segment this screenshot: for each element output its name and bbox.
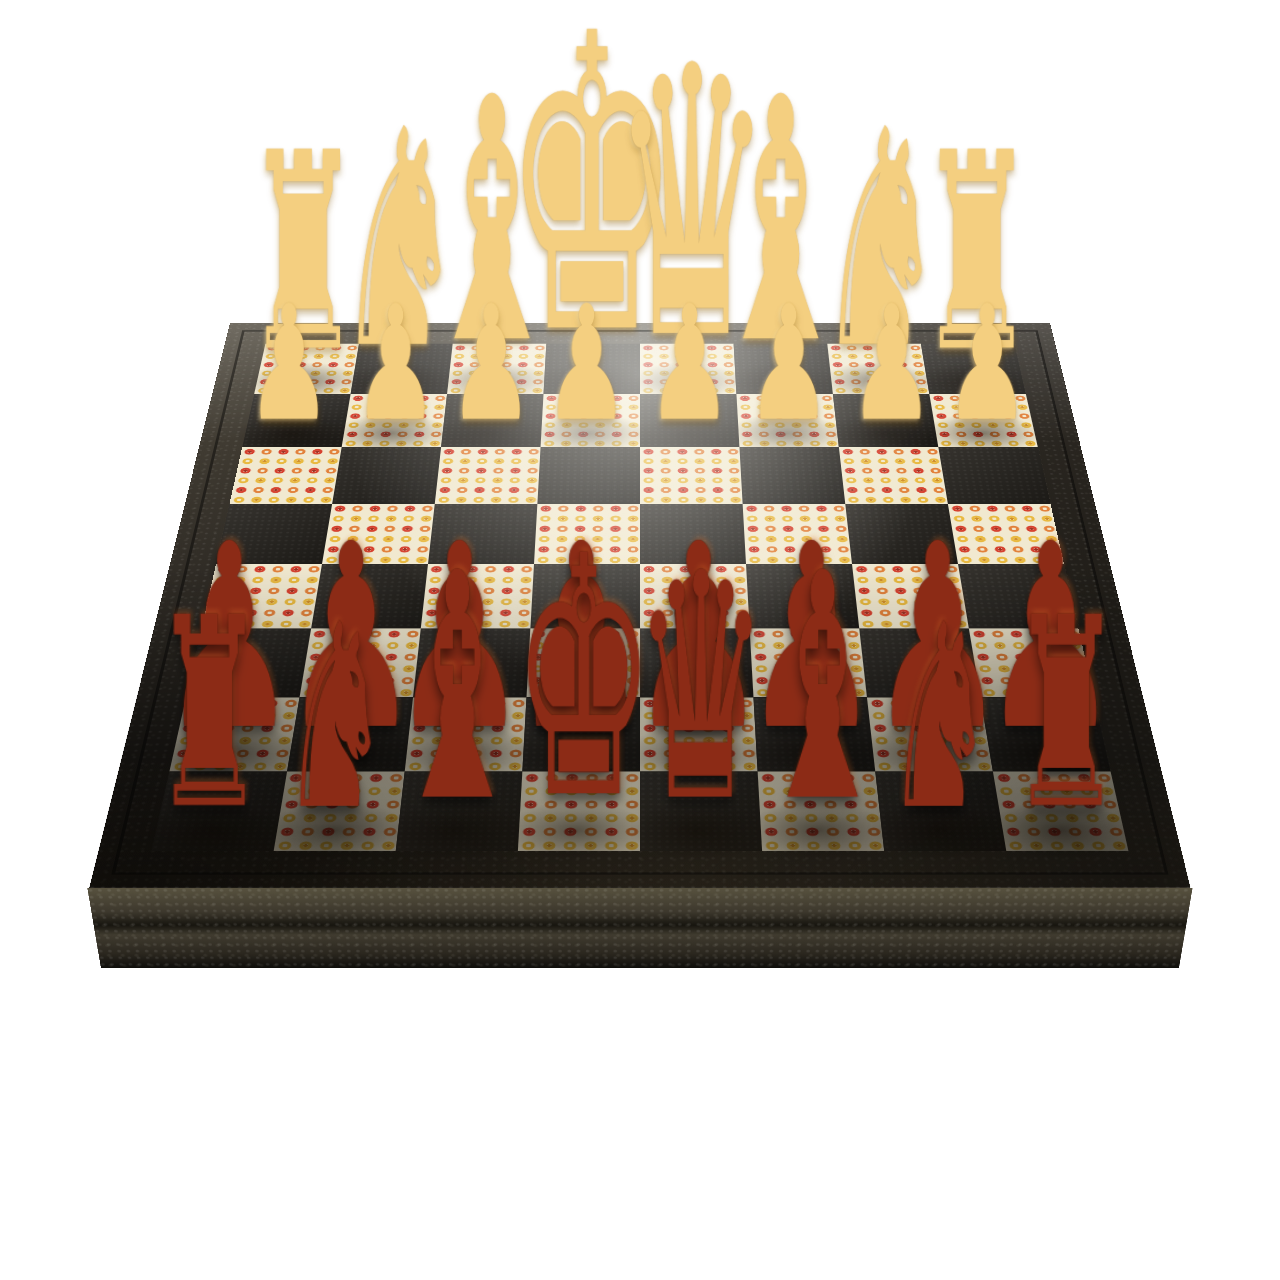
black-rook[interactable]: ♜ [949, 583, 1184, 845]
chessboard: ♜♞♝♚♛♝♞♜♟♟♟♟♟♟♟♟♟♟♟♟♟♟♟♟♜♞♝♚♛♝♞♜ [89, 323, 1190, 888]
piece-glyph: ♟ [544, 284, 630, 443]
piece-glyph: ♜ [1010, 583, 1123, 845]
white-pawn[interactable]: ♟ [916, 284, 1059, 443]
square-a2[interactable]: ♟ [929, 394, 1037, 447]
piece-glyph: ♟ [246, 284, 332, 443]
photo-background: ♜♞♝♚♛♝♞♜♟♟♟♟♟♟♟♟♟♟♟♟♟♟♟♟♜♞♝♚♛♝♞♜ [0, 0, 1280, 1280]
board-front-edge [87, 888, 1193, 969]
board-3d-space: ♜♞♝♚♛♝♞♜♟♟♟♟♟♟♟♟♟♟♟♟♟♟♟♟♜♞♝♚♛♝♞♜ [89, 323, 1190, 888]
square-a8[interactable]: ♜ [993, 771, 1129, 851]
piece-glyph: ♟ [746, 284, 832, 443]
piece-glyph: ♟ [944, 284, 1030, 443]
board-grid: ♜♞♝♚♛♝♞♜♟♟♟♟♟♟♟♟♟♟♟♟♟♟♟♟♜♞♝♚♛♝♞♜ [152, 344, 1129, 851]
